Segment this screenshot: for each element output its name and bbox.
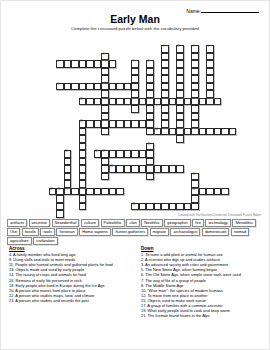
word-bank-item: Mesolithic xyxy=(232,219,256,227)
grid-cell[interactable] xyxy=(146,98,154,106)
word-bank-item: clan xyxy=(126,219,139,227)
grid-cell[interactable] xyxy=(146,128,154,136)
grid-cell[interactable] xyxy=(101,120,109,128)
grid-cell[interactable] xyxy=(79,128,87,136)
clue-number: 1 xyxy=(162,46,163,49)
clue-number: 7 xyxy=(132,61,133,64)
grid-cell[interactable]: 2 xyxy=(176,45,184,53)
grid-cell[interactable] xyxy=(191,120,199,128)
generator-note: Created with TheTeachersCorner.net Cross… xyxy=(178,213,261,217)
grid-cell[interactable] xyxy=(109,120,117,128)
grid-cell[interactable] xyxy=(79,158,87,166)
grid-cell[interactable] xyxy=(191,83,199,91)
clue-number: 14 xyxy=(155,129,158,132)
grid-cell[interactable] xyxy=(146,68,154,76)
clue-number: 9 xyxy=(57,84,58,87)
grid-cell[interactable] xyxy=(146,165,154,173)
grid-cell[interactable] xyxy=(176,83,184,91)
down-header: Down xyxy=(141,247,267,252)
grid-cell[interactable] xyxy=(101,60,109,68)
grid-cell[interactable]: 23 xyxy=(131,203,139,211)
across-header: Across xyxy=(9,247,136,252)
grid-cell[interactable] xyxy=(79,188,87,196)
word-bank-item: Homo sapiens xyxy=(79,228,111,236)
clue-number: 6 xyxy=(102,54,103,57)
grid-cell[interactable] xyxy=(154,165,162,173)
grid-cell[interactable] xyxy=(161,75,169,83)
grid-cell[interactable]: 17 xyxy=(101,150,109,158)
down-clues-section: Down 1. To tame a wild plant or animal f… xyxy=(141,247,267,319)
grid-cell[interactable] xyxy=(64,188,72,196)
grid-cell[interactable] xyxy=(71,188,79,196)
grid-cell[interactable] xyxy=(161,113,169,121)
grid-cell[interactable] xyxy=(146,120,154,128)
word-bank-item: civilization xyxy=(33,237,57,245)
across-clues-section: Across 4. A family member who lived long… xyxy=(9,247,136,304)
grid-cell[interactable] xyxy=(146,158,154,166)
grid-cell[interactable] xyxy=(206,90,214,98)
word-bank-item: fire xyxy=(192,219,204,227)
grid-cell[interactable] xyxy=(94,98,102,106)
clue-number: 5 xyxy=(207,46,208,49)
clue-number: 23 xyxy=(132,204,135,207)
grid-cell[interactable] xyxy=(116,83,124,91)
word-bank-item: hunter-gatherers xyxy=(112,228,148,236)
word-bank-item: migrate xyxy=(150,228,169,236)
grid-cell[interactable] xyxy=(124,150,132,158)
grid-cell[interactable] xyxy=(101,83,109,91)
grid-cell[interactable] xyxy=(116,150,124,158)
grid-cell[interactable] xyxy=(101,98,109,106)
clue-number: 13 xyxy=(80,121,83,124)
clue-item: 23. A person who studies and records the… xyxy=(9,299,136,304)
grid-cell[interactable] xyxy=(109,60,117,68)
grid-cell[interactable] xyxy=(109,83,117,91)
grid-cell[interactable]: 20 xyxy=(191,188,199,196)
grid-cell[interactable] xyxy=(146,150,154,158)
grid-cell[interactable] xyxy=(109,150,117,158)
grid-cell[interactable] xyxy=(161,53,169,61)
grid-cell[interactable]: 18 xyxy=(109,165,117,173)
word-bank-item: domesticate xyxy=(202,228,230,236)
grid-cell[interactable] xyxy=(169,165,177,173)
grid-cell[interactable] xyxy=(124,83,132,91)
grid-cell[interactable] xyxy=(131,68,139,76)
grid-cell[interactable] xyxy=(191,105,199,113)
grid-cell[interactable] xyxy=(79,83,87,91)
word-bank-item: culture xyxy=(81,219,99,227)
grid-cell[interactable]: 1 xyxy=(161,45,169,53)
grid-cell[interactable] xyxy=(94,83,102,91)
grid-cell[interactable] xyxy=(221,128,229,136)
grid-cell[interactable] xyxy=(64,83,72,91)
grid-cell[interactable] xyxy=(116,188,124,196)
grid-cell[interactable] xyxy=(161,105,169,113)
grid-cell[interactable] xyxy=(56,203,64,211)
grid-cell[interactable] xyxy=(131,165,139,173)
grid-cell[interactable] xyxy=(176,120,184,128)
grid-cell[interactable]: 13 xyxy=(79,120,87,128)
grid-cell[interactable]: 5 xyxy=(206,45,214,53)
grid-cell[interactable] xyxy=(79,180,87,188)
grid-cell[interactable] xyxy=(64,173,72,181)
grid-cell[interactable] xyxy=(86,120,94,128)
grid-cell[interactable] xyxy=(86,98,94,106)
grid-cell[interactable] xyxy=(206,60,214,68)
grid-cell[interactable] xyxy=(64,180,72,188)
grid-cell[interactable] xyxy=(101,68,109,76)
grid-cell[interactable] xyxy=(229,128,237,136)
word-bank: artifactsancestorNeanderthalculturePaleo… xyxy=(7,219,265,245)
grid-cell[interactable] xyxy=(131,150,139,158)
grid-cell[interactable] xyxy=(71,60,79,68)
grid-cell[interactable] xyxy=(169,128,177,136)
grid-cell[interactable] xyxy=(191,128,199,136)
word-bank-item: ancestor xyxy=(29,219,50,227)
grid-cell[interactable]: 15 xyxy=(146,143,154,151)
word-bank-item: technology xyxy=(205,219,230,227)
grid-cell[interactable]: 7 xyxy=(131,60,139,68)
grid-cell[interactable]: 19 xyxy=(191,173,199,181)
grid-cell[interactable] xyxy=(71,83,79,91)
word-bank-item: Neolithic xyxy=(141,219,162,227)
grid-cell[interactable] xyxy=(184,203,192,211)
clue-number: 15 xyxy=(147,144,150,147)
clue-number: 21 xyxy=(57,189,60,192)
grid-cell[interactable] xyxy=(161,90,169,98)
grid-cell[interactable] xyxy=(139,98,147,106)
grid-cell[interactable] xyxy=(146,173,154,181)
word-bank-item: historian xyxy=(56,228,77,236)
grid-cell[interactable] xyxy=(139,120,147,128)
clue-number: 19 xyxy=(192,174,195,177)
grid-cell[interactable] xyxy=(176,165,184,173)
word-bank-item: agriculture xyxy=(7,237,32,245)
word-bank-item: geographer xyxy=(164,219,190,227)
grid-cell[interactable] xyxy=(161,60,169,68)
grid-cell[interactable] xyxy=(79,143,87,151)
clue-number: 11 xyxy=(80,99,83,102)
clue-number: 20 xyxy=(192,189,195,192)
grid-cell[interactable] xyxy=(154,98,162,106)
grid-cell[interactable] xyxy=(176,105,184,113)
grid-cell[interactable] xyxy=(139,203,147,211)
grid-cell[interactable] xyxy=(199,188,207,196)
grid-cell[interactable] xyxy=(131,90,139,98)
grid-cell[interactable] xyxy=(206,128,214,136)
grid-cell[interactable] xyxy=(176,75,184,83)
grid-cell[interactable]: 3 xyxy=(191,45,199,53)
grid-cell[interactable] xyxy=(199,98,207,106)
grid-cell[interactable] xyxy=(116,165,124,173)
clue-number: 8 xyxy=(147,61,148,64)
grid-cell[interactable] xyxy=(131,98,139,106)
grid-cell[interactable] xyxy=(79,165,87,173)
grid-cell[interactable] xyxy=(191,195,199,203)
grid-cell[interactable] xyxy=(191,113,199,121)
clue-number: 22 xyxy=(50,189,53,192)
grid-cell[interactable] xyxy=(176,68,184,76)
grid-cell[interactable] xyxy=(176,113,184,121)
grid-cell[interactable] xyxy=(161,165,169,173)
grid-cell[interactable]: 22 xyxy=(49,188,57,196)
grid-cell[interactable] xyxy=(86,83,94,91)
grid-cell[interactable] xyxy=(191,60,199,68)
grid-cell[interactable] xyxy=(191,180,199,188)
grid-cell[interactable] xyxy=(221,188,229,196)
grid-cell[interactable] xyxy=(101,128,109,136)
grid-cell[interactable] xyxy=(161,203,169,211)
grid-cell[interactable] xyxy=(199,128,207,136)
grid-cell[interactable] xyxy=(146,83,154,91)
grid-cell[interactable] xyxy=(124,120,132,128)
grid-cell[interactable] xyxy=(191,90,199,98)
across-clue-list: 4. A family member who lived long ago9. … xyxy=(9,253,136,303)
grid-cell[interactable] xyxy=(206,68,214,76)
grid-cell[interactable] xyxy=(131,120,139,128)
grid-cell[interactable] xyxy=(101,113,109,121)
grid-cell[interactable] xyxy=(146,203,154,211)
grid-cell[interactable] xyxy=(86,188,94,196)
grid-cell[interactable] xyxy=(101,75,109,83)
grid-cell[interactable] xyxy=(109,188,117,196)
worksheet-page: Name: Early Man Complete the crossword p… xyxy=(0,0,270,350)
grid-cell[interactable] xyxy=(79,195,87,203)
grid-cell[interactable]: 16 xyxy=(94,150,102,158)
grid-cell[interactable] xyxy=(139,165,147,173)
word-bank-item: Paleolithic xyxy=(101,219,125,227)
grid-cell[interactable] xyxy=(191,203,199,211)
grid-cell[interactable] xyxy=(146,113,154,121)
grid-cell[interactable] xyxy=(191,68,199,76)
grid-cell[interactable]: 14 xyxy=(154,128,162,136)
grid-cell[interactable] xyxy=(214,128,222,136)
grid-cell[interactable] xyxy=(101,158,109,166)
grid-cell[interactable]: 12 xyxy=(64,150,72,158)
word-bank-item: Otzi xyxy=(7,228,20,236)
word-bank-item: nomad xyxy=(231,228,249,236)
grid-cell[interactable] xyxy=(176,203,184,211)
clue-number: 18 xyxy=(110,166,113,169)
grid-cell[interactable] xyxy=(101,188,109,196)
clue-number: 16 xyxy=(95,151,98,154)
grid-cell[interactable] xyxy=(64,165,72,173)
grid-cell[interactable] xyxy=(79,135,87,143)
word-bank-item: fossils xyxy=(22,228,39,236)
grid-cell[interactable] xyxy=(79,60,87,68)
clue-number: 3 xyxy=(192,46,193,49)
grid-cell[interactable] xyxy=(176,98,184,106)
grid-cell[interactable] xyxy=(176,90,184,98)
grid-cell[interactable] xyxy=(94,188,102,196)
word-bank-item: tools xyxy=(40,228,54,236)
grid-cell[interactable] xyxy=(124,165,132,173)
grid-cell[interactable] xyxy=(79,150,87,158)
grid-cell[interactable]: 6 xyxy=(101,53,109,61)
grid-cell[interactable] xyxy=(214,98,222,106)
grid-cell[interactable] xyxy=(101,165,109,173)
word-bank-item: archaeologist xyxy=(170,228,200,236)
grid-cell[interactable] xyxy=(184,98,192,106)
grid-cell[interactable] xyxy=(206,75,214,83)
grid-cell[interactable] xyxy=(206,83,214,91)
grid-cell[interactable] xyxy=(161,68,169,76)
clue-number: 4 xyxy=(57,61,58,64)
grid-cell[interactable] xyxy=(79,203,87,211)
grid-cell[interactable]: 8 xyxy=(146,60,154,68)
grid-cell[interactable] xyxy=(94,120,102,128)
clue-item: 21. The Iceman found frozen in the Alps xyxy=(141,314,267,319)
grid-cell[interactable] xyxy=(64,158,72,166)
grid-cell[interactable] xyxy=(176,135,184,143)
grid-cell[interactable] xyxy=(131,105,139,113)
word-bank-item: Neanderthal xyxy=(52,219,80,227)
grid-cell[interactable] xyxy=(146,90,154,98)
grid-cell[interactable] xyxy=(79,173,87,181)
grid-cell[interactable] xyxy=(116,120,124,128)
grid-cell[interactable] xyxy=(206,53,214,61)
grid-cell[interactable] xyxy=(214,188,222,196)
grid-cell[interactable] xyxy=(176,53,184,61)
grid-cell[interactable] xyxy=(116,98,124,106)
word-bank-item: artifacts xyxy=(7,219,27,227)
grid-cell[interactable] xyxy=(56,195,64,203)
grid-cell[interactable] xyxy=(101,105,109,113)
clue-number: 17 xyxy=(102,151,105,154)
grid-cell[interactable] xyxy=(169,98,177,106)
down-clue-list: 1. To tame a wild plant or animal for hu… xyxy=(141,253,267,319)
grid-cell[interactable] xyxy=(56,210,64,218)
grid-cell[interactable] xyxy=(139,150,147,158)
grid-cell[interactable] xyxy=(169,203,177,211)
grid-cell[interactable] xyxy=(161,120,169,128)
grid-cell[interactable] xyxy=(146,105,154,113)
grid-cell[interactable] xyxy=(161,128,169,136)
grid-cell[interactable] xyxy=(124,98,132,106)
grid-cell[interactable] xyxy=(131,75,139,83)
grid-cell[interactable] xyxy=(161,83,169,91)
grid-cell[interactable] xyxy=(101,90,109,98)
grid-cell[interactable] xyxy=(206,188,214,196)
grid-cell[interactable] xyxy=(146,75,154,83)
grid-cell[interactable] xyxy=(101,173,109,181)
grid-cell[interactable] xyxy=(184,128,192,136)
grid-cell[interactable] xyxy=(191,98,199,106)
grid-cell[interactable] xyxy=(176,60,184,68)
grid-cell[interactable] xyxy=(154,203,162,211)
grid-cell[interactable] xyxy=(176,128,184,136)
grid-cell[interactable]: 21 xyxy=(56,188,64,196)
clue-number: 12 xyxy=(65,151,68,154)
grid-cell[interactable] xyxy=(191,53,199,61)
grid-cell[interactable] xyxy=(131,83,139,91)
clue-number: 2 xyxy=(177,46,178,49)
grid-cell[interactable]: 4 xyxy=(56,60,64,68)
grid-cell[interactable] xyxy=(206,98,214,106)
grid-cell[interactable] xyxy=(86,60,94,68)
grid-cell[interactable]: 11 xyxy=(79,98,87,106)
grid-cell[interactable] xyxy=(64,60,72,68)
grid-cell[interactable]: 9 xyxy=(56,83,64,91)
grid-cell[interactable] xyxy=(161,98,169,106)
grid-cell[interactable] xyxy=(109,98,117,106)
grid-cell[interactable] xyxy=(191,75,199,83)
grid-cell[interactable] xyxy=(94,60,102,68)
